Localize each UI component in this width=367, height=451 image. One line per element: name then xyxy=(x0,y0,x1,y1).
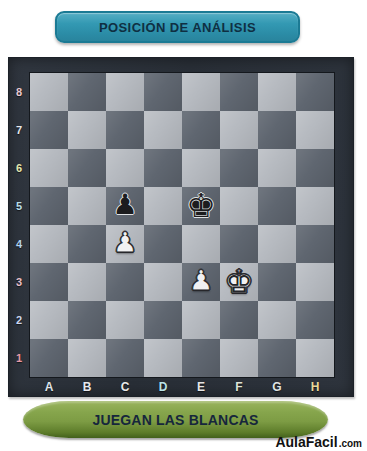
rank-label-2: 2 xyxy=(9,301,29,339)
square-h5 xyxy=(296,187,334,225)
square-d3 xyxy=(144,263,182,301)
square-f3: ♚ xyxy=(220,263,258,301)
square-a3 xyxy=(30,263,68,301)
square-f8 xyxy=(220,73,258,111)
square-f1 xyxy=(220,339,258,377)
square-d5 xyxy=(144,187,182,225)
square-b8 xyxy=(68,73,106,111)
rank-label-3: 3 xyxy=(9,263,29,301)
square-a1 xyxy=(30,339,68,377)
square-f5 xyxy=(220,187,258,225)
square-g6 xyxy=(258,149,296,187)
square-a8 xyxy=(30,73,68,111)
square-h2 xyxy=(296,301,334,339)
square-a4 xyxy=(30,225,68,263)
file-label-f: F xyxy=(220,378,258,396)
chess-board: 87654321 ♟♚♟♟♚ ABCDEFGH xyxy=(8,57,354,397)
square-b4 xyxy=(68,225,106,263)
square-c2 xyxy=(106,301,144,339)
rank-label-4: 4 xyxy=(9,225,29,263)
square-d7 xyxy=(144,111,182,149)
square-g5 xyxy=(258,187,296,225)
square-e8 xyxy=(182,73,220,111)
board-grid: ♟♚♟♟♚ xyxy=(29,72,335,378)
file-label-g: G xyxy=(258,378,296,396)
piece-white-king: ♚ xyxy=(224,265,254,298)
turn-banner: JUEGAN LAS BLANCAS xyxy=(23,401,328,438)
piece-black-king: ♚ xyxy=(186,189,216,222)
piece-black-pawn: ♟ xyxy=(112,191,137,219)
brand-suffix: .com xyxy=(339,438,362,449)
square-g1 xyxy=(258,339,296,377)
file-label-h: H xyxy=(296,378,334,396)
square-b5 xyxy=(68,187,106,225)
square-e5: ♚ xyxy=(182,187,220,225)
square-b1 xyxy=(68,339,106,377)
square-c3 xyxy=(106,263,144,301)
file-label-e: E xyxy=(182,378,220,396)
square-b7 xyxy=(68,111,106,149)
square-g3 xyxy=(258,263,296,301)
square-h8 xyxy=(296,73,334,111)
square-a7 xyxy=(30,111,68,149)
square-c5: ♟ xyxy=(106,187,144,225)
square-d2 xyxy=(144,301,182,339)
square-d8 xyxy=(144,73,182,111)
square-e1 xyxy=(182,339,220,377)
square-h3 xyxy=(296,263,334,301)
square-g8 xyxy=(258,73,296,111)
square-e6 xyxy=(182,149,220,187)
square-c4: ♟ xyxy=(106,225,144,263)
brand-name: AulaFacil xyxy=(275,434,337,450)
brand: AulaFacil .com xyxy=(275,434,362,450)
rank-label-1: 1 xyxy=(9,339,29,377)
square-b6 xyxy=(68,149,106,187)
square-a2 xyxy=(30,301,68,339)
piece-white-pawn: ♟ xyxy=(188,267,213,295)
square-d4 xyxy=(144,225,182,263)
square-e2 xyxy=(182,301,220,339)
square-e3: ♟ xyxy=(182,263,220,301)
square-d1 xyxy=(144,339,182,377)
square-d6 xyxy=(144,149,182,187)
square-c1 xyxy=(106,339,144,377)
square-b3 xyxy=(68,263,106,301)
square-f6 xyxy=(220,149,258,187)
square-h7 xyxy=(296,111,334,149)
rank-label-8: 8 xyxy=(9,73,29,111)
square-e4 xyxy=(182,225,220,263)
analysis-banner-label: POSICIÓN DE ANÁLISIS xyxy=(99,20,256,35)
square-g7 xyxy=(258,111,296,149)
rank-label-7: 7 xyxy=(9,111,29,149)
rank-label-5: 5 xyxy=(9,187,29,225)
square-c7 xyxy=(106,111,144,149)
square-c8 xyxy=(106,73,144,111)
square-h6 xyxy=(296,149,334,187)
file-label-b: B xyxy=(68,378,106,396)
square-a6 xyxy=(30,149,68,187)
file-label-d: D xyxy=(144,378,182,396)
square-f7 xyxy=(220,111,258,149)
file-label-c: C xyxy=(106,378,144,396)
square-f2 xyxy=(220,301,258,339)
file-label-a: A xyxy=(30,378,68,396)
rank-label-6: 6 xyxy=(9,149,29,187)
square-f4 xyxy=(220,225,258,263)
square-e7 xyxy=(182,111,220,149)
square-g4 xyxy=(258,225,296,263)
square-c6 xyxy=(106,149,144,187)
square-h1 xyxy=(296,339,334,377)
analysis-diagram: POSICIÓN DE ANÁLISIS 87654321 ♟♚♟♟♚ ABCD… xyxy=(0,0,367,451)
square-a5 xyxy=(30,187,68,225)
square-h4 xyxy=(296,225,334,263)
square-g2 xyxy=(258,301,296,339)
piece-white-pawn: ♟ xyxy=(112,229,137,257)
turn-banner-label: JUEGAN LAS BLANCAS xyxy=(92,412,258,428)
square-b2 xyxy=(68,301,106,339)
analysis-banner: POSICIÓN DE ANÁLISIS xyxy=(55,11,300,43)
